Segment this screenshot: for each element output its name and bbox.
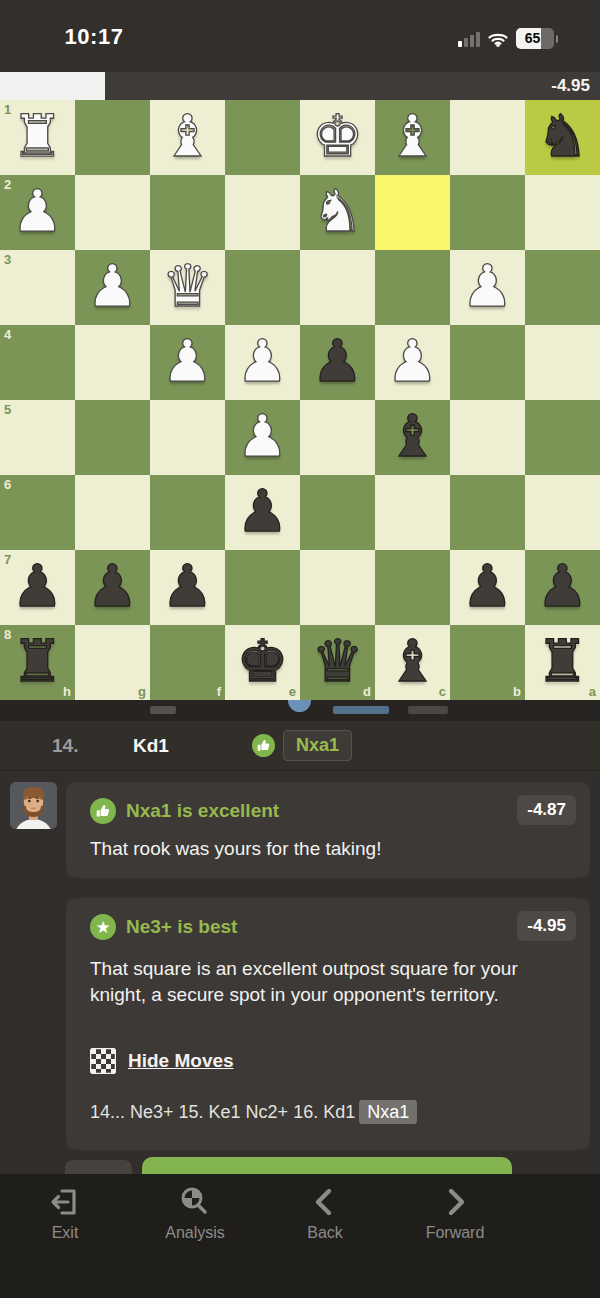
clipped-move-text xyxy=(150,706,176,714)
move-classification-icon-clipped xyxy=(288,700,311,712)
square-f3[interactable]: ♛ xyxy=(150,250,225,325)
file-label-h: h xyxy=(63,684,71,699)
variation-highlight-move[interactable]: Nxa1 xyxy=(359,1100,417,1124)
square-g1[interactable] xyxy=(75,100,150,175)
eval-badge: -4.87 xyxy=(517,795,576,825)
nav-forward-button[interactable]: Forward xyxy=(390,1184,520,1242)
square-d4[interactable]: ♟ xyxy=(300,325,375,400)
rank-label-6: 6 xyxy=(4,477,11,492)
coach-avatar xyxy=(10,782,57,829)
square-e2[interactable] xyxy=(225,175,300,250)
move-number: 14. xyxy=(52,721,78,770)
app-screen: 10:17 65 -4.95 1♜♝♚♝♞2♟♞ xyxy=(0,0,600,1298)
square-c7[interactable] xyxy=(375,550,450,625)
square-g5[interactable] xyxy=(75,400,150,475)
checkerboard-icon xyxy=(90,1048,116,1074)
black-pawn-a7: ♟ xyxy=(525,550,600,625)
square-g8[interactable]: g xyxy=(75,625,150,700)
file-label-e: e xyxy=(289,684,296,699)
status-bar: 10:17 65 xyxy=(0,0,600,72)
black-pawn-f7: ♟ xyxy=(150,550,225,625)
square-h2[interactable]: 2♟ xyxy=(0,175,75,250)
clipped-move-text-blue xyxy=(333,706,389,714)
square-e3[interactable] xyxy=(225,250,300,325)
square-b4[interactable] xyxy=(450,325,525,400)
white-move[interactable]: Kd1 xyxy=(133,721,169,770)
square-a4[interactable] xyxy=(525,325,600,400)
black-pawn-b7: ♟ xyxy=(450,550,525,625)
battery-nub xyxy=(556,35,559,43)
file-label-g: g xyxy=(138,684,146,699)
square-g2[interactable] xyxy=(75,175,150,250)
white-pawn-g3: ♟ xyxy=(75,250,150,325)
square-h5[interactable]: 5 xyxy=(0,400,75,475)
card-title: Nxa1 is excellent xyxy=(126,800,279,822)
eval-badge: -4.95 xyxy=(517,911,576,941)
square-c3[interactable] xyxy=(375,250,450,325)
square-a6[interactable] xyxy=(525,475,600,550)
file-label-b: b xyxy=(513,684,521,699)
evaluation-bar: -4.95 xyxy=(0,72,600,100)
square-e4[interactable]: ♟ xyxy=(225,325,300,400)
white-rook-h1: ♜ xyxy=(0,100,75,175)
white-knight-d2: ♞ xyxy=(300,175,375,250)
rank-label-8: 8 xyxy=(4,627,11,642)
square-c6[interactable] xyxy=(375,475,450,550)
square-h6[interactable]: 6 xyxy=(0,475,75,550)
chess-board[interactable]: 1♜♝♚♝♞2♟♞3♟♛♟4♟♟♟♟5♟♝6♟7♟♟♟♟♟8h♜gfe♚d♛c♝… xyxy=(0,100,600,700)
file-label-a: a xyxy=(589,684,596,699)
white-king-d1: ♚ xyxy=(300,100,375,175)
square-e1[interactable] xyxy=(225,100,300,175)
white-pawn-f4: ♟ xyxy=(150,325,225,400)
square-d7[interactable] xyxy=(300,550,375,625)
white-pawn-c4: ♟ xyxy=(375,325,450,400)
file-label-f: f xyxy=(217,684,221,699)
black-pawn-g7: ♟ xyxy=(75,550,150,625)
square-a7[interactable]: ♟ xyxy=(525,550,600,625)
black-knight-a1: ♞ xyxy=(525,100,600,175)
back-chevron-icon xyxy=(307,1184,343,1220)
battery-percent: 65 xyxy=(516,28,550,49)
square-h1[interactable]: 1♜ xyxy=(0,100,75,175)
clipped-move-text xyxy=(408,706,448,714)
square-h3[interactable]: 3 xyxy=(0,250,75,325)
wifi-icon xyxy=(487,31,509,47)
clipped-previous-move-row[interactable] xyxy=(0,700,600,721)
white-bishop-c1: ♝ xyxy=(375,100,450,175)
white-pawn-h2: ♟ xyxy=(0,175,75,250)
nav-label: Exit xyxy=(52,1224,79,1242)
square-e8[interactable]: e♚ xyxy=(225,625,300,700)
status-clock: 10:17 xyxy=(58,24,130,50)
square-d1[interactable]: ♚ xyxy=(300,100,375,175)
square-e7[interactable] xyxy=(225,550,300,625)
evaluation-bar-white-fill xyxy=(0,72,105,100)
square-f5[interactable] xyxy=(150,400,225,475)
bottom-navigation: Exit Analysis Back xyxy=(0,1174,600,1298)
white-queen-f3: ♛ xyxy=(150,250,225,325)
cellular-signal-icon xyxy=(458,31,480,47)
rank-label-4: 4 xyxy=(4,327,11,342)
square-e6[interactable]: ♟ xyxy=(225,475,300,550)
square-c2[interactable] xyxy=(375,175,450,250)
white-bishop-f1: ♝ xyxy=(150,100,225,175)
thumbs-up-icon xyxy=(90,798,116,824)
black-pawn-e6: ♟ xyxy=(225,475,300,550)
black-move-chip[interactable]: Nxa1 xyxy=(283,730,352,761)
nav-label: Forward xyxy=(426,1224,485,1242)
hide-moves-label[interactable]: Hide Moves xyxy=(128,1050,234,1072)
thumbs-up-icon xyxy=(252,734,275,757)
rank-label-3: 3 xyxy=(4,252,11,267)
square-c8[interactable]: c♝ xyxy=(375,625,450,700)
square-f2[interactable] xyxy=(150,175,225,250)
square-d3[interactable] xyxy=(300,250,375,325)
white-pawn-e5: ♟ xyxy=(225,400,300,475)
battery-icon: 65 xyxy=(516,28,554,49)
square-b6[interactable] xyxy=(450,475,525,550)
card-body: That rook was yours for the taking! xyxy=(90,836,560,862)
square-a5[interactable] xyxy=(525,400,600,475)
rank-label-1: 1 xyxy=(4,102,11,117)
square-b2[interactable] xyxy=(450,175,525,250)
square-b5[interactable] xyxy=(450,400,525,475)
move-list-row: 14. Kd1 Nxa1 xyxy=(0,721,600,770)
hide-moves-control[interactable]: Hide Moves xyxy=(90,1048,234,1074)
square-g6[interactable] xyxy=(75,475,150,550)
square-a2[interactable] xyxy=(525,175,600,250)
square-c4[interactable]: ♟ xyxy=(375,325,450,400)
square-b8[interactable]: b xyxy=(450,625,525,700)
forward-chevron-icon xyxy=(437,1184,473,1220)
square-f7[interactable]: ♟ xyxy=(150,550,225,625)
exit-door-icon xyxy=(47,1184,83,1220)
square-a1[interactable]: ♞ xyxy=(525,100,600,175)
square-f4[interactable]: ♟ xyxy=(150,325,225,400)
card-title: Ne3+ is best xyxy=(126,916,237,938)
square-d6[interactable] xyxy=(300,475,375,550)
square-f6[interactable] xyxy=(150,475,225,550)
square-g7[interactable]: ♟ xyxy=(75,550,150,625)
nav-exit-button[interactable]: Exit xyxy=(0,1184,130,1242)
best-move-star-icon: ★ xyxy=(90,914,116,940)
square-d8[interactable]: d♛ xyxy=(300,625,375,700)
divider xyxy=(0,770,600,771)
square-b1[interactable] xyxy=(450,100,525,175)
nav-label: Analysis xyxy=(165,1224,225,1242)
white-pawn-b3: ♟ xyxy=(450,250,525,325)
square-b3[interactable]: ♟ xyxy=(450,250,525,325)
nav-analysis-button[interactable]: Analysis xyxy=(130,1184,260,1242)
nav-label: Back xyxy=(307,1224,343,1242)
square-c5[interactable]: ♝ xyxy=(375,400,450,475)
black-pawn-h7: ♟ xyxy=(0,550,75,625)
square-a8[interactable]: a♜ xyxy=(525,625,600,700)
evaluation-score: -4.95 xyxy=(551,72,590,100)
nav-back-button[interactable]: Back xyxy=(260,1184,390,1242)
square-f1[interactable]: ♝ xyxy=(150,100,225,175)
rank-label-2: 2 xyxy=(4,177,11,192)
variation-moves: 14... Ne3+ 15. Ke1 Nc2+ 16. Kd1 xyxy=(90,1102,355,1122)
square-h7[interactable]: 7♟ xyxy=(0,550,75,625)
black-bishop-c5: ♝ xyxy=(375,400,450,475)
file-label-c: c xyxy=(439,684,446,699)
square-d2[interactable]: ♞ xyxy=(300,175,375,250)
square-g3[interactable]: ♟ xyxy=(75,250,150,325)
variation-line[interactable]: 14... Ne3+ 15. Ke1 Nc2+ 16. Kd1Nxa1 xyxy=(90,1102,417,1123)
status-icons: 65 xyxy=(458,28,559,49)
primary-green-button-clipped[interactable] xyxy=(142,1157,512,1175)
file-label-d: d xyxy=(363,684,371,699)
square-e5[interactable]: ♟ xyxy=(225,400,300,475)
coach-card-played-move: Nxa1 is excellent -4.87 That rook was yo… xyxy=(66,782,590,878)
square-c1[interactable]: ♝ xyxy=(375,100,450,175)
card-body: That square is an excellent outpost squa… xyxy=(90,956,568,1008)
analysis-magnifier-icon xyxy=(177,1184,213,1220)
black-pawn-d4: ♟ xyxy=(300,325,375,400)
rank-label-7: 7 xyxy=(4,552,11,567)
square-g4[interactable] xyxy=(75,325,150,400)
square-d5[interactable] xyxy=(300,400,375,475)
coach-card-best-move: ★ Ne3+ is best -4.95 That square is an e… xyxy=(66,898,590,1150)
square-a3[interactable] xyxy=(525,250,600,325)
rank-label-5: 5 xyxy=(4,402,11,417)
square-h8[interactable]: 8h♜ xyxy=(0,625,75,700)
square-f8[interactable]: f xyxy=(150,625,225,700)
square-b7[interactable]: ♟ xyxy=(450,550,525,625)
white-pawn-e4: ♟ xyxy=(225,325,300,400)
square-h4[interactable]: 4 xyxy=(0,325,75,400)
